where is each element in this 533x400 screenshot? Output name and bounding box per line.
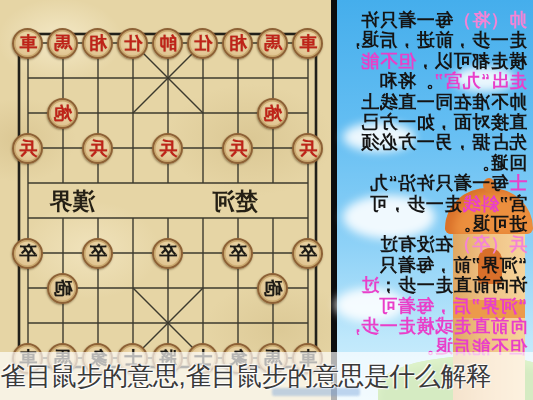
rule-line: 帅（将）每一着只许 <box>341 10 527 30</box>
rule-line: 走一步，前进，后退, <box>341 30 527 50</box>
river-label-han-jie: 漢界 <box>49 187 96 214</box>
xiangqi-piece: 車 <box>13 28 44 59</box>
piece-glyph: 卒 <box>299 244 317 262</box>
rule-segment: 直接对面，如一方已 <box>361 112 528 132</box>
xiangqi-piece: 卒 <box>83 238 114 269</box>
rule-segment: 走一步，可 <box>370 194 463 214</box>
rule-segment: 向前直走或横走一步, <box>355 316 527 336</box>
xiangqi-piece: 兵 <box>83 133 114 164</box>
rule-segment: 先占据，另一方必须 <box>361 132 528 152</box>
piece-glyph: 仕 <box>194 34 212 52</box>
rule-line: “河界”前，每着只 <box>341 255 527 275</box>
piece-glyph: 砲 <box>264 279 282 297</box>
rules-mirror-wrapper: 帅（将）每一着只许走一步，前进，后退,横走都可以，但不能走出“九宫”。将和帅不准… <box>337 0 533 400</box>
caption-band: 雀目鼠步的意思,雀目鼠步的意思是什么解释 <box>0 352 533 400</box>
rule-line: 进可退。 <box>341 214 527 234</box>
xiangqi-piece: 砲 <box>48 273 79 304</box>
rule-line: 横走都可以，但不能 <box>341 51 527 71</box>
rule-segment: 但不能 <box>361 51 417 71</box>
rule-segment: 走出“九宫” <box>434 71 527 91</box>
rule-segment: 许向前直走一步； <box>379 275 527 295</box>
xiangqi-piece: 炮 <box>258 98 289 129</box>
piece-glyph: 卒 <box>89 244 107 262</box>
rule-segment: “河界”后，每着可 <box>379 296 528 316</box>
rule-segment: 过 <box>361 275 380 295</box>
rule-line: 向前直走或横走一步, <box>341 316 527 336</box>
piece-glyph: 兵 <box>89 139 107 157</box>
piece-glyph: 砲 <box>54 279 72 297</box>
watermark <box>272 388 360 396</box>
piece-glyph: 兵 <box>159 139 177 157</box>
board-panel: 楚河 漢界 車馬相仕帥仕相馬車炮炮兵兵兵兵兵卒卒卒卒卒砲砲車馬象士將士象馬車 <box>0 0 331 400</box>
xiangqi-piece: 兵 <box>223 133 254 164</box>
piece-glyph: 兵 <box>229 139 247 157</box>
rule-line: 宫”斜线走一步，可 <box>341 194 527 214</box>
caption-text: 雀目鼠步的意思,雀目鼠步的意思是什么解释 <box>0 359 491 394</box>
xiangqi-piece: 卒 <box>223 238 254 269</box>
rule-segment: 在没有过 <box>379 234 453 254</box>
xiangqi-piece: 炮 <box>48 98 79 129</box>
rules-panel: 帅（将）每一着只许走一步，前进，后退,横走都可以，但不能走出“九宫”。将和帅不准… <box>337 0 533 400</box>
rule-segment: 进可退。 <box>453 214 527 234</box>
piece-glyph: 兵 <box>299 139 317 157</box>
rule-line: 许向前直走一步；过 <box>341 275 527 295</box>
piece-glyph: 相 <box>229 34 247 52</box>
xiangqi-piece: 卒 <box>293 238 324 269</box>
rule-segment: 每一着只许沿“九 <box>370 173 509 193</box>
board-mirror-wrapper: 楚河 漢界 車馬相仕帥仕相馬車炮炮兵兵兵兵兵卒卒卒卒卒砲砲車馬象士將士象馬車 <box>0 0 331 400</box>
piece-glyph: 相 <box>89 34 107 52</box>
rule-line: 兵（卒）在没有过 <box>341 234 527 254</box>
xiangqi-piece: 卒 <box>153 238 184 269</box>
rule-segment: 兵（卒） <box>453 234 527 254</box>
rule-segment: 帅不准在同一直线上 <box>361 92 528 112</box>
piece-glyph: 仕 <box>124 34 142 52</box>
rule-segment: 斜线 <box>462 194 499 214</box>
rule-segment: 横走都可以， <box>416 51 527 71</box>
xiangqi-piece: 車 <box>293 28 324 59</box>
rule-segment: 每一着只许 <box>361 10 454 30</box>
piece-glyph: 卒 <box>159 244 177 262</box>
piece-glyph: 卒 <box>229 244 247 262</box>
xiangqi-piece: 相 <box>223 28 254 59</box>
rules-text: 帅（将）每一着只许走一步，前进，后退,横走都可以，但不能走出“九宫”。将和帅不准… <box>341 10 527 357</box>
screenshot-root: 楚河 漢界 車馬相仕帥仕相馬車炮炮兵兵兵兵兵卒卒卒卒卒砲砲車馬象士將士象馬車 帅… <box>0 0 533 400</box>
rule-segment: 。将和 <box>379 71 435 91</box>
xiangqi-piece: 仕 <box>118 28 149 59</box>
rule-segment: 走一步，前进，后退, <box>355 30 527 50</box>
xiangqi-piece: 砲 <box>258 273 289 304</box>
xiangqi-piece: 相 <box>83 28 114 59</box>
rule-line: 士每一着只许沿“九 <box>341 173 527 193</box>
piece-glyph: 帥 <box>159 34 177 52</box>
rule-segment: 士 <box>509 173 528 193</box>
xiangqi-piece: 卒 <box>13 238 44 269</box>
xiangqi-piece: 兵 <box>293 133 324 164</box>
xiangqi-piece: 馬 <box>258 28 289 59</box>
piece-glyph: 卒 <box>19 244 37 262</box>
piece-glyph: 車 <box>19 34 37 52</box>
piece-glyph: 馬 <box>54 34 72 52</box>
rule-line: 帅不准在同一直线上 <box>341 92 527 112</box>
rule-line: 回避。 <box>341 153 527 173</box>
rule-line: 先占据，另一方必须 <box>341 132 527 152</box>
xiangqi-piece: 兵 <box>13 133 44 164</box>
board-grid: 楚河 漢界 <box>0 0 331 400</box>
rule-segment: 宫” <box>499 194 527 214</box>
piece-glyph: 兵 <box>19 139 37 157</box>
rule-segment: “河界”前，每着只 <box>379 255 528 275</box>
xiangqi-piece: 帥 <box>153 28 184 59</box>
xiangqi-piece: 仕 <box>188 28 219 59</box>
rule-line: 直接对面，如一方已 <box>341 112 527 132</box>
piece-glyph: 炮 <box>54 104 72 122</box>
piece-glyph: 馬 <box>264 34 282 52</box>
river-label-chu-he: 楚河 <box>212 187 259 214</box>
xiangqi-piece: 馬 <box>48 28 79 59</box>
piece-glyph: 車 <box>299 34 317 52</box>
piece-glyph: 炮 <box>264 104 282 122</box>
xiangqi-piece: 兵 <box>153 133 184 164</box>
rule-segment: 回避。 <box>472 153 528 173</box>
rule-line: “河界”后，每着可 <box>341 296 527 316</box>
rule-segment: 帅（将） <box>453 10 527 30</box>
rule-line: 走出“九宫”。将和 <box>341 71 527 91</box>
